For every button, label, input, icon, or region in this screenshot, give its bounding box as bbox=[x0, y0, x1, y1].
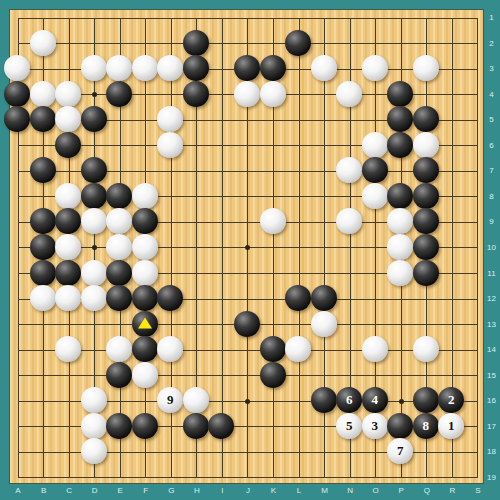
black-stone bbox=[55, 260, 81, 286]
black-stone bbox=[387, 106, 413, 132]
black-stone bbox=[387, 183, 413, 209]
black-stone bbox=[132, 413, 158, 439]
white-stone bbox=[55, 81, 81, 107]
column-label: H bbox=[194, 485, 200, 497]
white-stone bbox=[362, 132, 388, 158]
black-stone bbox=[30, 260, 56, 286]
white-stone bbox=[55, 183, 81, 209]
white-stone bbox=[81, 285, 107, 311]
row-label: 10 bbox=[484, 243, 499, 253]
black-stone bbox=[311, 387, 337, 413]
black-stone bbox=[311, 285, 337, 311]
row-label: 19 bbox=[484, 473, 499, 483]
black-stone bbox=[260, 362, 286, 388]
star-point bbox=[245, 399, 250, 404]
row-label: 2 bbox=[484, 39, 499, 49]
white-stone bbox=[55, 106, 81, 132]
move-number-label: 8 bbox=[413, 413, 439, 439]
black-stone bbox=[413, 157, 439, 183]
black-stone bbox=[81, 157, 107, 183]
star-point bbox=[245, 245, 250, 250]
white-stone bbox=[55, 336, 81, 362]
black-stone: 4 bbox=[362, 387, 388, 413]
white-stone bbox=[260, 81, 286, 107]
row-label: 13 bbox=[484, 320, 499, 330]
column-label: E bbox=[118, 485, 123, 497]
white-stone bbox=[106, 234, 132, 260]
black-stone bbox=[387, 413, 413, 439]
move-number-label: 6 bbox=[336, 387, 362, 413]
black-stone bbox=[55, 132, 81, 158]
black-stone bbox=[387, 132, 413, 158]
white-stone bbox=[81, 387, 107, 413]
black-stone bbox=[81, 106, 107, 132]
row-label: 9 bbox=[484, 217, 499, 227]
move-number-label: 3 bbox=[362, 413, 388, 439]
column-label: L bbox=[297, 485, 301, 497]
white-stone bbox=[4, 55, 30, 81]
go-board[interactable]: 964253817 bbox=[10, 10, 483, 483]
column-label: J bbox=[246, 485, 250, 497]
black-stone bbox=[260, 336, 286, 362]
white-stone bbox=[81, 438, 107, 464]
column-label: B bbox=[41, 485, 46, 497]
column-label: O bbox=[373, 485, 379, 497]
move-number-label: 2 bbox=[438, 387, 464, 413]
column-label: G bbox=[168, 485, 174, 497]
white-stone bbox=[183, 387, 209, 413]
white-stone bbox=[311, 311, 337, 337]
column-label: M bbox=[321, 485, 328, 497]
black-stone bbox=[413, 106, 439, 132]
white-stone bbox=[362, 55, 388, 81]
row-label: 15 bbox=[484, 371, 499, 381]
black-stone bbox=[362, 157, 388, 183]
white-stone: 5 bbox=[336, 413, 362, 439]
white-stone bbox=[55, 285, 81, 311]
white-stone bbox=[132, 260, 158, 286]
black-stone bbox=[55, 208, 81, 234]
row-label: 11 bbox=[484, 269, 499, 279]
grid-line bbox=[299, 18, 300, 479]
black-stone bbox=[260, 55, 286, 81]
column-label: S bbox=[475, 485, 480, 497]
row-label: 4 bbox=[484, 90, 499, 100]
black-stone bbox=[413, 208, 439, 234]
white-stone bbox=[336, 208, 362, 234]
column-label: I bbox=[221, 485, 223, 497]
white-stone bbox=[413, 132, 439, 158]
white-stone bbox=[30, 285, 56, 311]
black-stone bbox=[183, 413, 209, 439]
move-number-label: 5 bbox=[336, 413, 362, 439]
move-number-label: 9 bbox=[157, 387, 183, 413]
grid-line bbox=[18, 477, 479, 478]
row-label: 6 bbox=[484, 141, 499, 151]
white-stone bbox=[81, 208, 107, 234]
white-stone bbox=[387, 260, 413, 286]
row-label: 12 bbox=[484, 294, 499, 304]
white-stone bbox=[81, 55, 107, 81]
black-stone bbox=[106, 362, 132, 388]
black-stone bbox=[208, 413, 234, 439]
white-stone bbox=[55, 234, 81, 260]
move-number-label: 1 bbox=[438, 413, 464, 439]
column-label: R bbox=[449, 485, 455, 497]
row-label: 18 bbox=[484, 447, 499, 457]
white-stone: 9 bbox=[157, 387, 183, 413]
white-stone bbox=[285, 336, 311, 362]
column-label: Q bbox=[424, 485, 430, 497]
move-number-label: 4 bbox=[362, 387, 388, 413]
white-stone bbox=[132, 234, 158, 260]
white-stone bbox=[157, 336, 183, 362]
white-stone bbox=[387, 208, 413, 234]
white-stone bbox=[132, 362, 158, 388]
column-label: C bbox=[66, 485, 72, 497]
black-stone bbox=[183, 81, 209, 107]
white-stone bbox=[387, 234, 413, 260]
grid-line bbox=[477, 18, 478, 479]
black-stone bbox=[285, 285, 311, 311]
row-label: 3 bbox=[484, 64, 499, 74]
column-label: K bbox=[271, 485, 276, 497]
column-label: D bbox=[92, 485, 98, 497]
white-stone bbox=[413, 336, 439, 362]
black-stone bbox=[30, 234, 56, 260]
black-stone bbox=[106, 183, 132, 209]
black-stone bbox=[106, 285, 132, 311]
black-stone bbox=[413, 234, 439, 260]
white-stone bbox=[132, 55, 158, 81]
grid-line bbox=[18, 375, 479, 376]
black-stone: 6 bbox=[336, 387, 362, 413]
star-point bbox=[399, 399, 404, 404]
grid-line bbox=[18, 350, 479, 351]
black-stone bbox=[4, 106, 30, 132]
row-label: 16 bbox=[484, 396, 499, 406]
black-stone bbox=[4, 81, 30, 107]
white-stone bbox=[106, 208, 132, 234]
black-stone bbox=[30, 106, 56, 132]
star-point bbox=[92, 92, 97, 97]
white-stone bbox=[362, 183, 388, 209]
column-label: N bbox=[347, 485, 353, 497]
black-stone bbox=[30, 157, 56, 183]
black-stone: 8 bbox=[413, 413, 439, 439]
black-stone bbox=[132, 285, 158, 311]
white-stone bbox=[311, 55, 337, 81]
white-stone bbox=[157, 106, 183, 132]
black-stone bbox=[234, 311, 260, 337]
triangle-marker bbox=[138, 317, 152, 328]
star-point bbox=[92, 245, 97, 250]
black-stone bbox=[132, 311, 158, 337]
white-stone bbox=[30, 81, 56, 107]
black-stone bbox=[157, 285, 183, 311]
black-stone bbox=[106, 413, 132, 439]
move-number-label: 7 bbox=[387, 438, 413, 464]
white-stone bbox=[157, 55, 183, 81]
white-stone bbox=[106, 336, 132, 362]
black-stone bbox=[183, 55, 209, 81]
white-stone bbox=[336, 81, 362, 107]
row-label: 5 bbox=[484, 115, 499, 125]
white-stone bbox=[260, 208, 286, 234]
black-stone bbox=[106, 81, 132, 107]
column-label: P bbox=[399, 485, 404, 497]
black-stone bbox=[413, 387, 439, 413]
white-stone bbox=[106, 55, 132, 81]
black-stone bbox=[234, 55, 260, 81]
column-label: A bbox=[15, 485, 20, 497]
row-label: 7 bbox=[484, 166, 499, 176]
white-stone bbox=[413, 55, 439, 81]
black-stone bbox=[132, 336, 158, 362]
white-stone: 1 bbox=[438, 413, 464, 439]
white-stone bbox=[81, 260, 107, 286]
black-stone bbox=[285, 30, 311, 56]
black-stone bbox=[132, 208, 158, 234]
white-stone bbox=[30, 30, 56, 56]
white-stone bbox=[81, 413, 107, 439]
white-stone bbox=[234, 81, 260, 107]
white-stone bbox=[132, 183, 158, 209]
white-stone: 7 bbox=[387, 438, 413, 464]
black-stone: 2 bbox=[438, 387, 464, 413]
column-label: F bbox=[143, 485, 148, 497]
black-stone bbox=[413, 260, 439, 286]
black-stone bbox=[387, 81, 413, 107]
white-stone: 3 bbox=[362, 413, 388, 439]
white-stone bbox=[336, 157, 362, 183]
black-stone bbox=[413, 183, 439, 209]
black-stone bbox=[81, 183, 107, 209]
row-label: 1 bbox=[484, 13, 499, 23]
white-stone bbox=[157, 132, 183, 158]
black-stone bbox=[30, 208, 56, 234]
row-label: 17 bbox=[484, 422, 499, 432]
white-stone bbox=[362, 336, 388, 362]
black-stone bbox=[106, 260, 132, 286]
row-label: 14 bbox=[484, 345, 499, 355]
row-label: 8 bbox=[484, 192, 499, 202]
black-stone bbox=[183, 30, 209, 56]
go-board-frame: 964253817 ABCDEFGHIJKLMNOPQRS 1234567891… bbox=[0, 0, 500, 500]
